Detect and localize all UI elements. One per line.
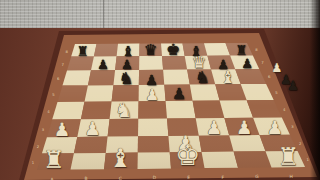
- piece-black-pawn-d6[interactable]: ♟: [135, 73, 169, 87]
- piece-white-rook-a1[interactable]: ♜: [37, 148, 71, 172]
- file-label-b: B: [85, 176, 88, 180]
- piece-white-knight-c4[interactable]: ♞: [107, 101, 141, 121]
- piece-black-pawn-e5[interactable]: ♟: [162, 87, 196, 102]
- file-label-c: C: [119, 176, 122, 180]
- file-label-h: H: [290, 174, 293, 179]
- piece-black-rook-a8[interactable]: ♜: [66, 45, 100, 58]
- piece-white-rook-h1[interactable]: ♜: [271, 145, 305, 169]
- file-label-a: A: [50, 177, 53, 180]
- file-label-e: E: [187, 175, 190, 180]
- piece-white-pawn-a3[interactable]: ♟: [45, 121, 79, 139]
- piece-white-bishop-c1[interactable]: ♝: [104, 146, 138, 171]
- piece-white-king-e1[interactable]: ♚: [171, 142, 205, 170]
- right-edge-shadow: [310, 0, 320, 180]
- piece-white-pawn-g3[interactable]: ♟: [227, 119, 261, 137]
- file-label-d: D: [153, 175, 157, 180]
- piece-white-pawn-b3[interactable]: ♟: [75, 120, 109, 138]
- captured-black-pawn-2[interactable]: ♟: [276, 79, 310, 92]
- piece-white-pawn-h3[interactable]: ♟: [258, 119, 292, 137]
- piece-white-bishop-g6[interactable]: ♝: [211, 69, 245, 86]
- file-label-g: G: [255, 174, 259, 179]
- chess-photo-scene: ABCDEFGH1122334455667788 ♜♝♛♚♝♜♟♟♟♟♛♞♟♞♝…: [0, 0, 320, 180]
